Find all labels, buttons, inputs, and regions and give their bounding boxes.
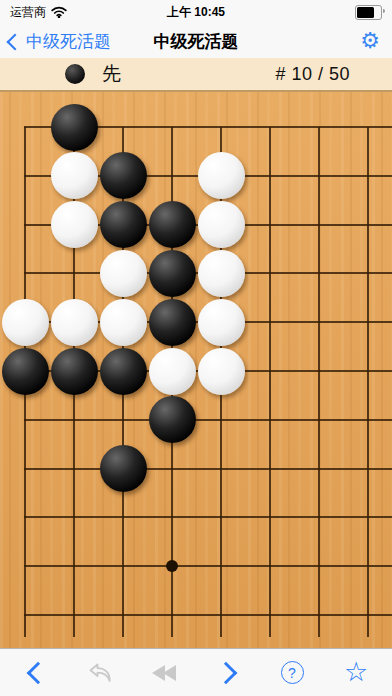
- black-to-play-stone-icon: [65, 64, 85, 84]
- app-screen: 运营商 上午 10:45 中级死活题 中级死活题 ⚙: [0, 0, 392, 696]
- chevron-right-icon: [215, 661, 238, 684]
- black-stone: [100, 152, 147, 199]
- star-point: [166, 560, 178, 572]
- white-stone: [149, 348, 196, 395]
- board-grid-line-vertical: [269, 127, 271, 637]
- problem-bar: 先 # 10 / 50: [0, 58, 392, 92]
- board-grid-line-vertical: [318, 127, 320, 637]
- clock: 上午 10:45: [0, 4, 392, 21]
- gear-icon: ⚙: [360, 28, 380, 53]
- black-stone: [100, 201, 147, 248]
- back-button[interactable]: 中级死活题: [9, 30, 111, 53]
- white-stone: [198, 348, 245, 395]
- question-circle-icon: ?: [281, 661, 304, 684]
- white-stone: [100, 250, 147, 297]
- white-stone: [198, 201, 245, 248]
- white-stone: [198, 152, 245, 199]
- black-stone: [100, 445, 147, 492]
- black-stone: [2, 348, 49, 395]
- chevron-left-icon: [7, 33, 24, 50]
- black-stone: [149, 299, 196, 346]
- black-stone: [51, 348, 98, 395]
- black-stone: [149, 396, 196, 443]
- board-grid-line-horizontal: [24, 419, 392, 421]
- white-stone: [2, 299, 49, 346]
- to-play-label: 先: [102, 61, 121, 87]
- undo-move-button[interactable]: [80, 653, 120, 693]
- previous-problem-button[interactable]: [16, 653, 56, 693]
- black-stone: [100, 348, 147, 395]
- rewind-icon: [152, 665, 176, 681]
- board-grid-line-horizontal: [24, 565, 392, 567]
- white-stone: [51, 152, 98, 199]
- black-stone: [51, 104, 98, 151]
- next-problem-button[interactable]: [208, 653, 248, 693]
- black-stone: [149, 201, 196, 248]
- undo-arrow-icon: [87, 662, 113, 684]
- settings-button[interactable]: ⚙: [360, 30, 380, 52]
- back-button-label: 中级死活题: [26, 30, 111, 53]
- nav-bar: 中级死活题 中级死活题 ⚙: [0, 24, 392, 58]
- star-outline-icon: ☆: [344, 659, 368, 686]
- white-stone: [198, 299, 245, 346]
- black-stone: [149, 250, 196, 297]
- board-grid-line-horizontal: [24, 516, 392, 518]
- rewind-to-start-button[interactable]: [144, 653, 184, 693]
- board-grid-line-vertical: [367, 127, 369, 637]
- chevron-left-icon: [27, 661, 50, 684]
- white-stone: [51, 201, 98, 248]
- white-stone: [51, 299, 98, 346]
- board-grid-line-horizontal: [24, 468, 392, 470]
- battery-icon: [355, 5, 382, 20]
- board-grid-line-horizontal: [24, 614, 392, 616]
- problem-counter: # 10 / 50: [275, 64, 350, 85]
- toolbar: ? ☆: [0, 648, 392, 696]
- help-button[interactable]: ?: [272, 653, 312, 693]
- white-stone: [100, 299, 147, 346]
- favorite-button[interactable]: ☆: [336, 653, 376, 693]
- go-board[interactable]: [0, 92, 392, 648]
- status-bar: 运营商 上午 10:45: [0, 0, 392, 24]
- white-stone: [198, 250, 245, 297]
